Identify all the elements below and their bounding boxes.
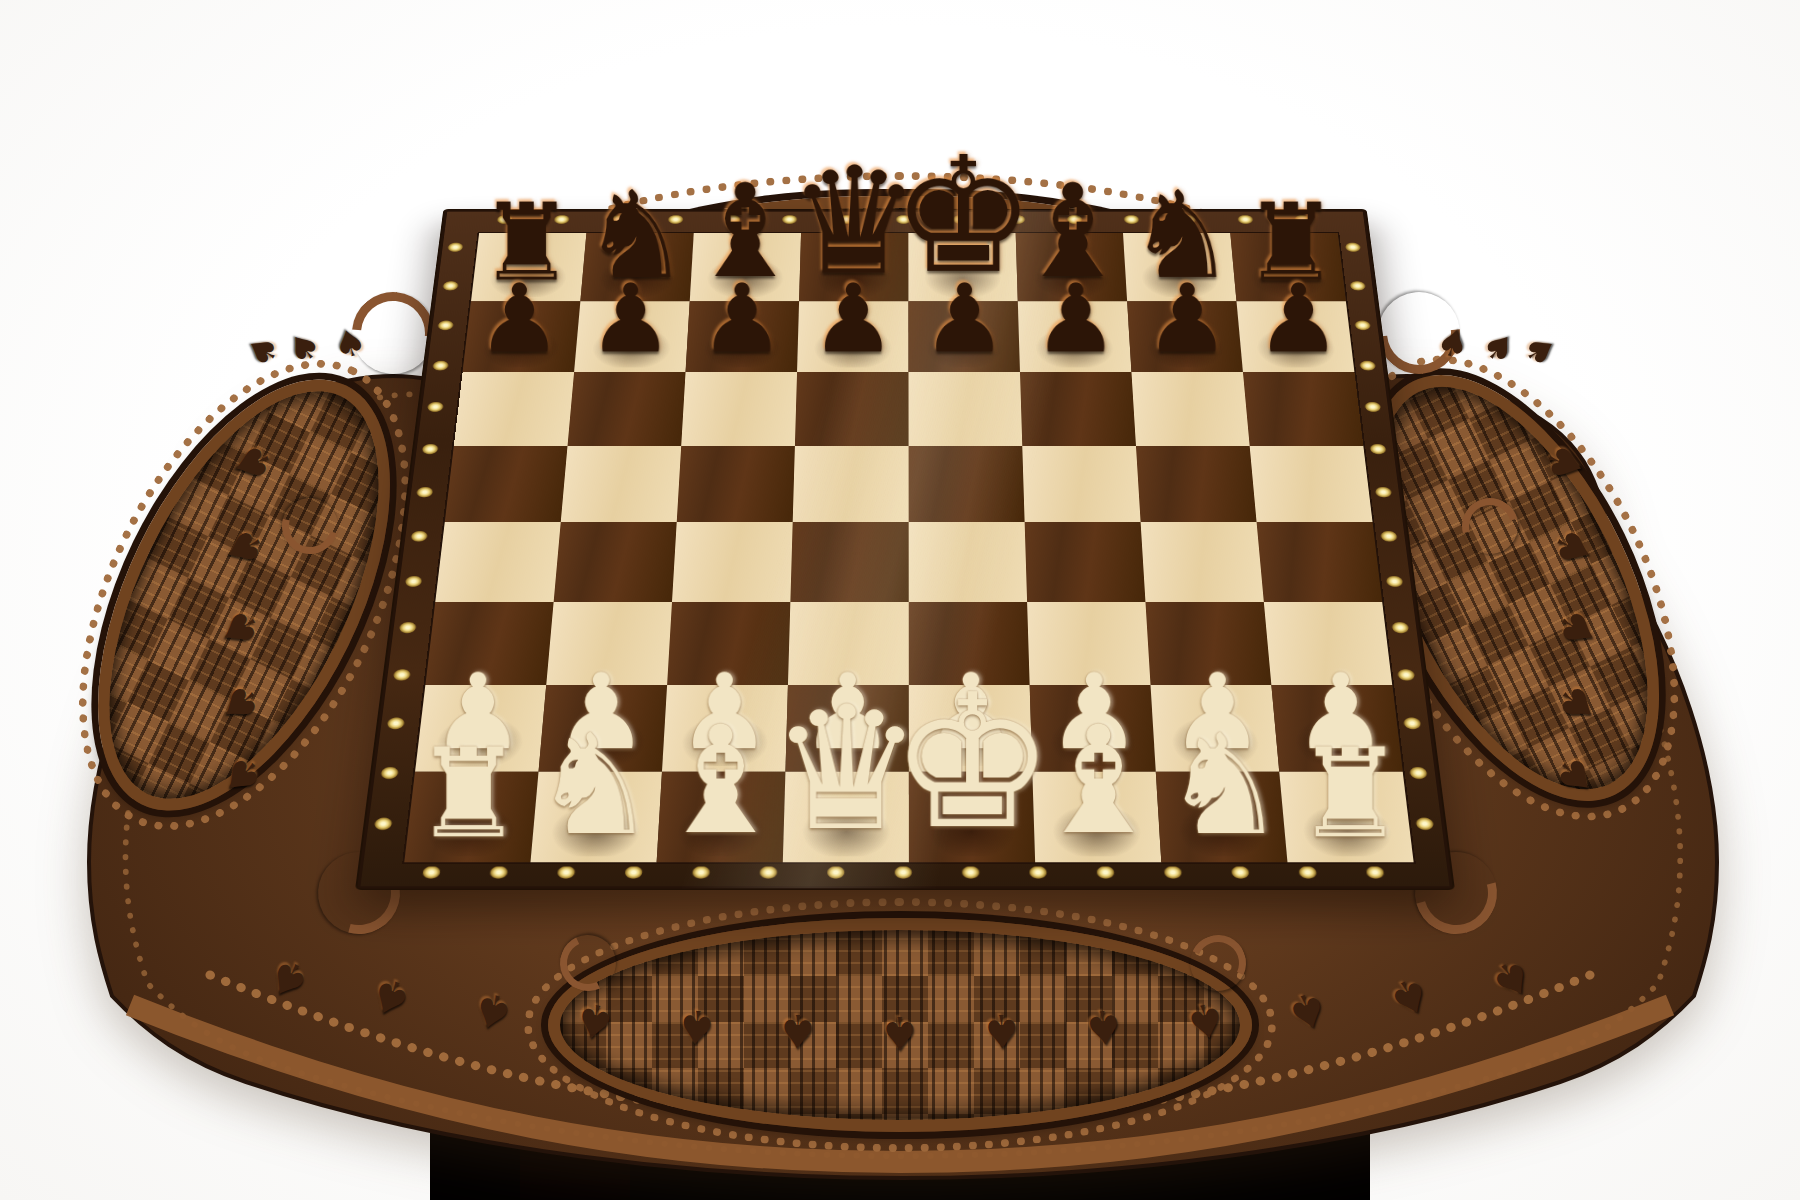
brass-pins-bottom-edge: [400, 867, 1410, 882]
square-e1[interactable]: ♚: [909, 772, 1035, 862]
black-pawn-b7[interactable]: ♟: [588, 272, 673, 367]
square-h4[interactable]: [1257, 522, 1383, 602]
black-pawn-a7[interactable]: ♟: [477, 272, 562, 367]
leaf-border-top-left: ♠ ♠ ♠: [242, 330, 367, 366]
square-b7[interactable]: ♟: [574, 301, 690, 372]
square-d4[interactable]: [790, 522, 908, 602]
square-d7[interactable]: ♟: [797, 301, 908, 372]
square-e7[interactable]: ♟: [908, 301, 1020, 372]
square-a6[interactable]: [454, 372, 574, 446]
square-h1[interactable]: ♜: [1279, 772, 1413, 862]
square-b1[interactable]: ♞: [530, 772, 662, 862]
square-a7[interactable]: ♟: [463, 301, 581, 372]
board-perspective-scene: ♜♞♝♛♚♝♞♜♟♟♟♟♟♟♟♟♟♟♟♟♟♟♟♟♜♞♝♛♚♝♞♜: [355, 0, 1455, 900]
square-b4[interactable]: [554, 522, 677, 602]
square-g4[interactable]: [1141, 522, 1264, 602]
leaf-border-right: ♠ ♠ ♠ ♠ ♠: [1544, 440, 1649, 774]
black-pawn-h7[interactable]: ♟: [1256, 272, 1341, 367]
square-g1[interactable]: ♞: [1156, 772, 1288, 862]
black-pawn-d7[interactable]: ♟: [810, 272, 895, 367]
white-bishop-c1[interactable]: ♝: [653, 706, 786, 855]
leaf-ornament-icon: ♠: [879, 1010, 920, 1056]
leaf-ornament-icon: ♠: [281, 324, 329, 372]
leaf-ornament-icon: ♠: [1536, 436, 1592, 489]
fleur-de-lis-border-bottom: ♠ ♠ ♠ ♠ ♠ ♠ ♠ ♠ ♠ ♠ ♠ ♠ ♠: [268, 1008, 1532, 1054]
square-h5[interactable]: [1250, 446, 1373, 523]
square-c4[interactable]: [672, 522, 793, 602]
square-f4[interactable]: [1025, 522, 1146, 602]
black-pawn-e7[interactable]: ♟: [922, 272, 1007, 367]
square-c6[interactable]: [681, 372, 797, 446]
leaf-ornament-icon: ♠: [1475, 324, 1523, 372]
square-c1[interactable]: ♝: [657, 772, 786, 862]
square-c5[interactable]: [677, 446, 795, 523]
square-f6[interactable]: [1020, 372, 1136, 446]
square-a1[interactable]: ♜: [404, 772, 538, 862]
chess-board: ♜♞♝♛♚♝♞♜♟♟♟♟♟♟♟♟♟♟♟♟♟♟♟♟♜♞♝♛♚♝♞♜: [355, 209, 1455, 890]
white-knight-g1[interactable]: ♞: [1162, 716, 1286, 855]
leaf-ornament-icon: ♠: [980, 1007, 1023, 1054]
chess-table-scene: ♠ ♠ ♠ ♠ ♠ ♠ ♠ ♠ ♠ ♠ ♠ ♠ ♠ ♠ ♠ ♠ ♠ ♠ ♠ ♠ …: [0, 0, 1800, 1200]
leaf-ornament-icon: ♠: [777, 1007, 820, 1054]
square-a5[interactable]: [445, 446, 568, 523]
leaf-ornament-icon: ♠: [673, 1002, 719, 1052]
square-e5[interactable]: [909, 446, 1025, 523]
leaf-ornament-icon: ♠: [1081, 1002, 1127, 1052]
white-bishop-f1[interactable]: ♝: [1031, 706, 1164, 855]
black-pawn-g7[interactable]: ♟: [1144, 272, 1229, 367]
leaf-ornament-icon: ♠: [224, 436, 280, 489]
leaf-ornament-icon: ♠: [569, 994, 619, 1048]
white-king-e1[interactable]: ♚: [889, 670, 1054, 854]
square-e4[interactable]: [909, 522, 1027, 602]
white-knight-b1[interactable]: ♞: [532, 716, 656, 855]
leaf-border-left: ♠ ♠ ♠ ♠ ♠: [168, 440, 273, 774]
square-d5[interactable]: [793, 446, 909, 523]
square-e6[interactable]: [909, 372, 1023, 446]
square-g7[interactable]: ♟: [1127, 301, 1243, 372]
white-rook-h1[interactable]: ♜: [1295, 732, 1405, 855]
black-pawn-f7[interactable]: ♟: [1033, 272, 1118, 367]
square-a4[interactable]: [435, 522, 560, 602]
board-grid: ♜♞♝♛♚♝♞♜♟♟♟♟♟♟♟♟♟♟♟♟♟♟♟♟♜♞♝♛♚♝♞♜: [402, 232, 1416, 864]
black-pawn-c7[interactable]: ♟: [699, 272, 784, 367]
square-h6[interactable]: [1243, 372, 1363, 446]
square-g6[interactable]: [1131, 372, 1249, 446]
square-b6[interactable]: [568, 372, 686, 446]
square-f1[interactable]: ♝: [1032, 772, 1161, 862]
square-c7[interactable]: ♟: [686, 301, 800, 372]
square-f5[interactable]: [1022, 446, 1140, 523]
square-g5[interactable]: [1136, 446, 1257, 523]
square-f7[interactable]: ♟: [1018, 301, 1132, 372]
white-rook-a1[interactable]: ♜: [413, 732, 523, 855]
square-h7[interactable]: ♟: [1236, 301, 1354, 372]
square-b5[interactable]: [561, 446, 681, 523]
square-d6[interactable]: [795, 372, 909, 446]
